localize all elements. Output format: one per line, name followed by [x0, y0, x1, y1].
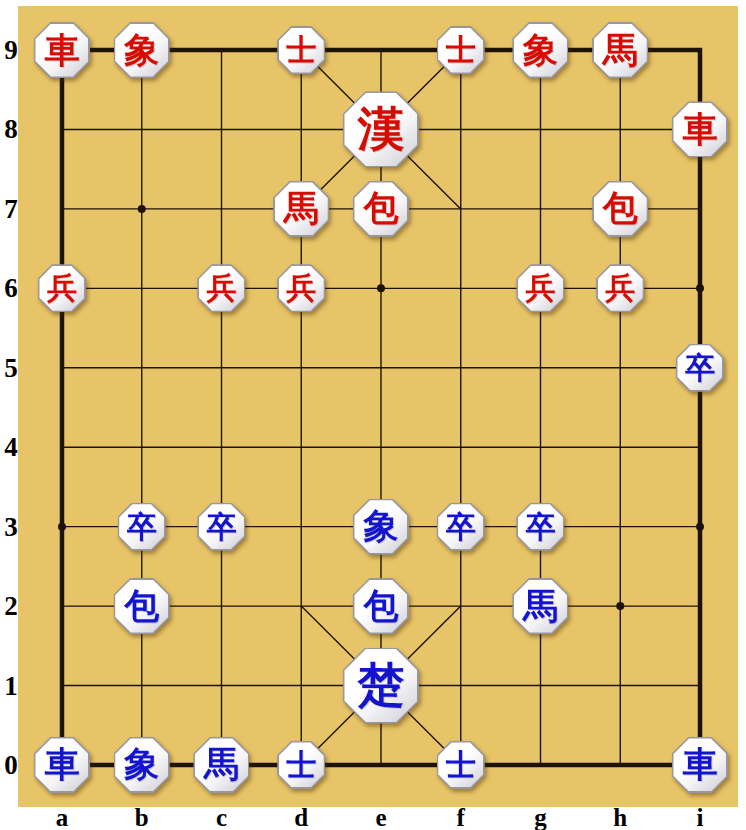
piece-blue-chariot[interactable]: 車: [672, 737, 728, 793]
piece-blue-guard[interactable]: 士: [437, 741, 485, 789]
piece-red-soldier[interactable]: 兵: [38, 264, 86, 312]
board-cell[interactable]: [341, 10, 421, 89]
board-cell[interactable]: 車: [22, 725, 102, 804]
board-cell[interactable]: 象: [341, 487, 421, 566]
board-cell[interactable]: [421, 646, 501, 725]
board-cell[interactable]: [341, 725, 421, 804]
piece-glyph: 車: [44, 747, 79, 782]
piece-glyph: 車: [682, 112, 717, 147]
file-label: c: [216, 804, 227, 830]
piece-glyph: 士: [286, 750, 316, 780]
piece-glyph: 車: [682, 747, 717, 782]
piece-glyph: 卒: [127, 512, 157, 542]
piece-glyph: 卒: [446, 512, 476, 542]
piece-glyph: 士: [286, 35, 316, 65]
board-cell[interactable]: [261, 646, 341, 725]
piece-glyph: 兵: [206, 273, 236, 303]
board-cell[interactable]: 兵: [580, 249, 660, 328]
board-cell[interactable]: [580, 725, 660, 804]
piece-glyph: 象: [124, 747, 159, 782]
piece-blue-soldier[interactable]: 卒: [118, 503, 166, 551]
board-cell[interactable]: 象: [501, 10, 581, 89]
board-cell[interactable]: [22, 487, 102, 566]
board-cell[interactable]: 士: [421, 725, 501, 804]
board-cell[interactable]: 象: [102, 725, 182, 804]
piece-blue-soldier[interactable]: 卒: [437, 503, 485, 551]
piece-glyph: 卒: [685, 353, 715, 383]
board-cell[interactable]: 卒: [182, 487, 262, 566]
piece-red-guard[interactable]: 士: [277, 26, 325, 74]
piece-glyph: 象: [124, 33, 159, 68]
piece-red-soldier[interactable]: 兵: [596, 264, 644, 312]
board-cell[interactable]: [580, 487, 660, 566]
board-cell[interactable]: 包: [341, 566, 421, 645]
board-cell[interactable]: 兵: [261, 249, 341, 328]
board-cell[interactable]: 卒: [421, 487, 501, 566]
rank-label: 5: [4, 352, 18, 383]
board-cell[interactable]: [580, 328, 660, 407]
piece-glyph: 包: [363, 589, 398, 624]
board-cell[interactable]: [660, 566, 740, 645]
board-cell[interactable]: 卒: [102, 487, 182, 566]
board-cell[interactable]: [421, 90, 501, 169]
board-cell[interactable]: [102, 328, 182, 407]
board-cell[interactable]: [182, 646, 262, 725]
board-cell[interactable]: [261, 487, 341, 566]
board-cell[interactable]: 馬: [501, 566, 581, 645]
board-cell[interactable]: [102, 407, 182, 486]
file-label: b: [135, 804, 149, 830]
board-cell[interactable]: [261, 328, 341, 407]
board-cell[interactable]: [501, 725, 581, 804]
board-cell[interactable]: [182, 169, 262, 248]
piece-red-chariot[interactable]: 車: [34, 22, 90, 78]
board-cell[interactable]: [182, 10, 262, 89]
piece-blue-horse[interactable]: 馬: [512, 578, 568, 634]
board-cell[interactable]: 車: [660, 725, 740, 804]
board-cell[interactable]: [660, 249, 740, 328]
rank-label: 8: [4, 114, 18, 145]
file-label: i: [697, 804, 704, 830]
board-cell[interactable]: [660, 407, 740, 486]
board-cell[interactable]: [660, 646, 740, 725]
board-cell[interactable]: [22, 328, 102, 407]
piece-glyph: 卒: [206, 512, 236, 542]
board-cell[interactable]: 兵: [22, 249, 102, 328]
board-cell[interactable]: 兵: [501, 249, 581, 328]
board-cell[interactable]: 車: [22, 10, 102, 89]
piece-red-soldier[interactable]: 兵: [277, 264, 325, 312]
board-cell[interactable]: [341, 249, 421, 328]
board-cell[interactable]: [501, 646, 581, 725]
piece-glyph: 士: [446, 35, 476, 65]
rank-label: 3: [4, 511, 18, 542]
board-cell[interactable]: [102, 249, 182, 328]
piece-glyph: 馬: [603, 33, 638, 68]
board-cell[interactable]: [421, 249, 501, 328]
piece-blue-elephant[interactable]: 象: [114, 737, 170, 793]
board-cell[interactable]: [341, 407, 421, 486]
piece-glyph: 馬: [523, 589, 558, 624]
piece-blue-soldier[interactable]: 卒: [516, 503, 564, 551]
board-cell[interactable]: [660, 10, 740, 89]
piece-glyph: 馬: [284, 191, 319, 226]
piece-blue-guard[interactable]: 士: [277, 741, 325, 789]
piece-glyph: 車: [44, 33, 79, 68]
board-cell[interactable]: 士: [261, 725, 341, 804]
board-cell[interactable]: [182, 328, 262, 407]
board-cell[interactable]: 包: [341, 169, 421, 248]
board-cell[interactable]: 兵: [182, 249, 262, 328]
board-cell[interactable]: [501, 169, 581, 248]
piece-blue-soldier[interactable]: 卒: [197, 503, 245, 551]
piece-blue-general[interactable]: 楚: [343, 648, 419, 724]
piece-red-cannon[interactable]: 包: [592, 181, 648, 237]
board-cell[interactable]: [261, 90, 341, 169]
board-cell[interactable]: [501, 328, 581, 407]
board-cell[interactable]: [501, 90, 581, 169]
board-cell[interactable]: [102, 169, 182, 248]
board-cell[interactable]: 士: [421, 10, 501, 89]
piece-glyph: 包: [124, 589, 159, 624]
rank-label: 6: [4, 273, 18, 304]
board-cell[interactable]: [580, 90, 660, 169]
board-cell[interactable]: 馬: [182, 725, 262, 804]
piece-glyph: 士: [446, 750, 476, 780]
board-cell[interactable]: [421, 169, 501, 248]
janggi-board-app: 車象士士象馬漢車馬包包兵兵兵兵兵卒卒卒象卒卒包包馬楚車象馬士士車 9876543…: [0, 0, 746, 830]
piece-red-horse[interactable]: 馬: [592, 22, 648, 78]
file-label: h: [613, 804, 627, 830]
piece-glyph: 象: [363, 509, 398, 544]
board-cell[interactable]: 象: [102, 10, 182, 89]
board-cell[interactable]: [182, 407, 262, 486]
piece-glyph: 兵: [286, 273, 316, 303]
board-cell[interactable]: [261, 407, 341, 486]
board-cell[interactable]: 卒: [660, 328, 740, 407]
file-label: a: [56, 804, 69, 830]
piece-red-elephant[interactable]: 象: [512, 22, 568, 78]
rank-label: 4: [4, 432, 18, 463]
rank-label: 9: [4, 35, 18, 66]
file-label: f: [457, 804, 465, 830]
piece-red-horse[interactable]: 馬: [273, 181, 329, 237]
board-cell[interactable]: [421, 566, 501, 645]
board-cell[interactable]: [580, 646, 660, 725]
board-cell[interactable]: [102, 646, 182, 725]
board-cell[interactable]: [580, 566, 660, 645]
board-cell[interactable]: [660, 169, 740, 248]
board-cell[interactable]: [580, 407, 660, 486]
piece-glyph: 兵: [525, 273, 555, 303]
board-cell[interactable]: [22, 90, 102, 169]
piece-glyph: 包: [603, 191, 638, 226]
piece-red-general[interactable]: 漢: [343, 91, 419, 167]
piece-blue-elephant[interactable]: 象: [353, 499, 409, 555]
board-cell[interactable]: [182, 566, 262, 645]
board-cell[interactable]: 漢: [341, 90, 421, 169]
piece-red-guard[interactable]: 士: [437, 26, 485, 74]
piece-glyph: 象: [523, 33, 558, 68]
piece-red-cannon[interactable]: 包: [353, 181, 409, 237]
rank-label: 7: [4, 193, 18, 224]
board-cell[interactable]: 士: [261, 10, 341, 89]
board-cell[interactable]: [22, 646, 102, 725]
board-cell[interactable]: [501, 407, 581, 486]
piece-red-soldier[interactable]: 兵: [197, 264, 245, 312]
board-cell[interactable]: [22, 566, 102, 645]
piece-red-elephant[interactable]: 象: [114, 22, 170, 78]
piece-blue-cannon[interactable]: 包: [114, 578, 170, 634]
board-cell[interactable]: [22, 407, 102, 486]
piece-blue-cannon[interactable]: 包: [353, 578, 409, 634]
board-cell[interactable]: [261, 566, 341, 645]
board-cell[interactable]: [102, 90, 182, 169]
board-cell[interactable]: [421, 328, 501, 407]
piece-blue-chariot[interactable]: 車: [34, 737, 90, 793]
board-cell[interactable]: [341, 328, 421, 407]
board-cell[interactable]: 包: [102, 566, 182, 645]
piece-red-soldier[interactable]: 兵: [516, 264, 564, 312]
piece-blue-soldier[interactable]: 卒: [676, 344, 724, 392]
rank-label: 2: [4, 591, 18, 622]
piece-red-chariot[interactable]: 車: [672, 101, 728, 157]
board-cell[interactable]: 馬: [580, 10, 660, 89]
piece-glyph: 馬: [204, 747, 239, 782]
board-cell[interactable]: 卒: [501, 487, 581, 566]
board-cell[interactable]: [22, 169, 102, 248]
piece-glyph: 包: [363, 191, 398, 226]
board-cell[interactable]: [182, 90, 262, 169]
piece-glyph: 卒: [525, 512, 555, 542]
board-cell[interactable]: 車: [660, 90, 740, 169]
piece-glyph: 楚: [357, 662, 404, 709]
board-cell[interactable]: 楚: [341, 646, 421, 725]
board-cell[interactable]: [421, 407, 501, 486]
rank-label: 0: [4, 750, 18, 781]
file-label: e: [375, 804, 386, 830]
file-label: d: [294, 804, 308, 830]
piece-glyph: 漢: [357, 106, 404, 153]
piece-glyph: 兵: [47, 273, 77, 303]
board-cell[interactable]: 包: [580, 169, 660, 248]
file-label: g: [534, 804, 547, 830]
board-cells: 車象士士象馬漢車馬包包兵兵兵兵兵卒卒卒象卒卒包包馬楚車象馬士士車: [22, 10, 740, 804]
rank-label: 1: [4, 670, 18, 701]
board-cell[interactable]: 馬: [261, 169, 341, 248]
piece-blue-horse[interactable]: 馬: [193, 737, 249, 793]
board-cell[interactable]: [660, 487, 740, 566]
piece-glyph: 兵: [605, 273, 635, 303]
